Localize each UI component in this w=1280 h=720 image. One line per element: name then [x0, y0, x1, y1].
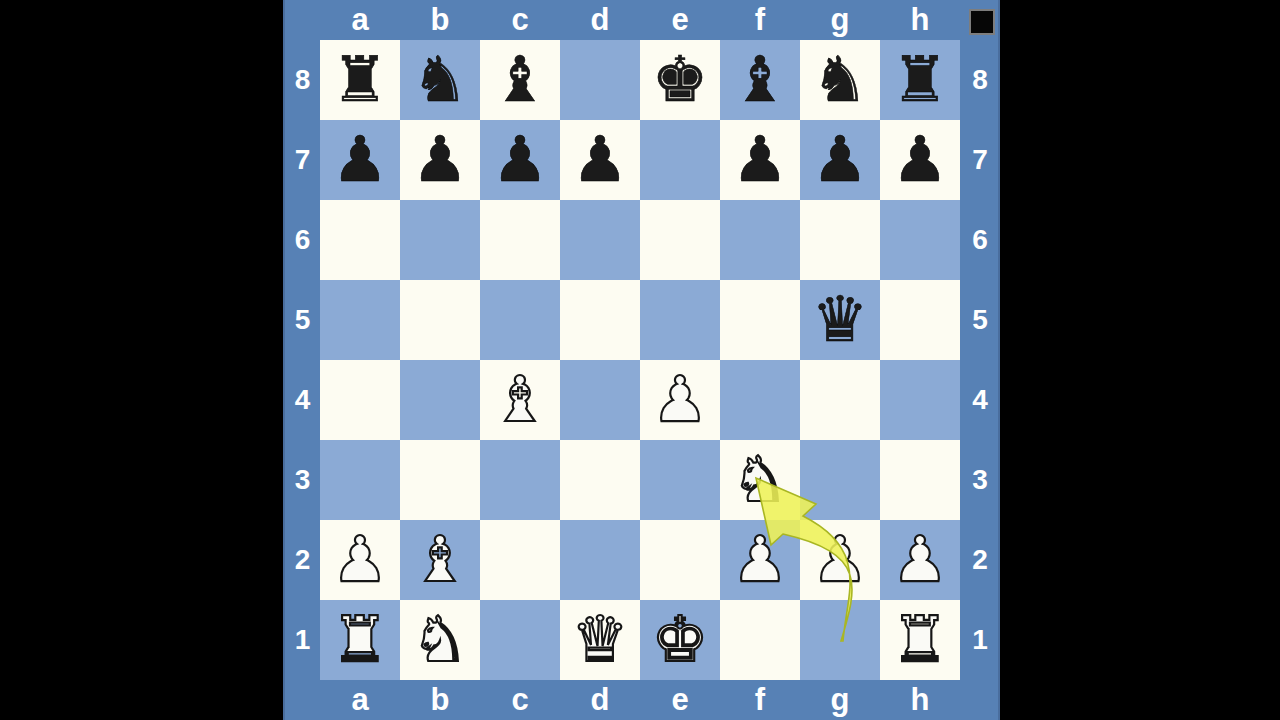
square-f2: ♟: [720, 520, 800, 600]
white-pawn-a2: ♟: [332, 520, 388, 600]
black-rook-a8: ♜: [332, 40, 388, 120]
black-rook-h8: ♜: [892, 40, 948, 120]
square-b6: [400, 200, 480, 280]
square-h5: [880, 280, 960, 360]
rank-label-1-left: 1: [285, 600, 320, 680]
white-queen-d1: ♛: [572, 600, 628, 680]
rank-label-2-right: 2: [960, 520, 1000, 600]
file-label-d-top: d: [560, 0, 640, 40]
rank-labels-left: 87654321: [285, 40, 320, 680]
square-c5: [480, 280, 560, 360]
rank-label-4-left: 4: [285, 360, 320, 440]
square-h2: ♟: [880, 520, 960, 600]
square-g1: [800, 600, 880, 680]
rank-label-1-right: 1: [960, 600, 1000, 680]
file-labels-bottom: abcdefgh: [320, 680, 960, 720]
square-b2: ♝: [400, 520, 480, 600]
square-d4: [560, 360, 640, 440]
square-h1: ♜: [880, 600, 960, 680]
file-label-f-bottom: f: [720, 680, 800, 720]
square-g8: ♞: [800, 40, 880, 120]
file-label-g-bottom: g: [800, 680, 880, 720]
white-rook-h1: ♜: [892, 600, 948, 680]
square-e1: ♚: [640, 600, 720, 680]
white-pawn-f2: ♟: [732, 520, 788, 600]
square-f6: [720, 200, 800, 280]
black-bishop-c8: ♝: [492, 40, 548, 120]
square-f7: ♟: [720, 120, 800, 200]
square-c7: ♟: [480, 120, 560, 200]
square-c1: [480, 600, 560, 680]
rank-label-6-right: 6: [960, 200, 1000, 280]
file-label-e-bottom: e: [640, 680, 720, 720]
video-frame: { "game": "chess", "position": { "fen": …: [0, 0, 1280, 720]
square-b8: ♞: [400, 40, 480, 120]
chess-board-frame: abcdefgh abcdefgh 87654321 87654321 ♜♞♝♚…: [283, 0, 1000, 720]
white-pawn-e4: ♟: [652, 360, 708, 440]
square-f4: [720, 360, 800, 440]
square-f5: [720, 280, 800, 360]
square-b3: [400, 440, 480, 520]
black-king-e8: ♚: [652, 40, 708, 120]
black-pawn-h7: ♟: [892, 120, 948, 200]
square-g2: ♟: [800, 520, 880, 600]
file-label-e-top: e: [640, 0, 720, 40]
white-king-e1: ♚: [652, 600, 708, 680]
black-pawn-b7: ♟: [412, 120, 468, 200]
rank-label-8-right: 8: [960, 40, 1000, 120]
white-bishop-b2: ♝: [412, 520, 468, 600]
square-a8: ♜: [320, 40, 400, 120]
square-b1: ♞: [400, 600, 480, 680]
square-d6: [560, 200, 640, 280]
square-e2: [640, 520, 720, 600]
square-f8: ♝: [720, 40, 800, 120]
square-e8: ♚: [640, 40, 720, 120]
square-d2: [560, 520, 640, 600]
square-a1: ♜: [320, 600, 400, 680]
square-g7: ♟: [800, 120, 880, 200]
black-knight-g8: ♞: [812, 40, 868, 120]
rank-label-5-left: 5: [285, 280, 320, 360]
square-e7: [640, 120, 720, 200]
black-knight-b8: ♞: [412, 40, 468, 120]
square-a3: [320, 440, 400, 520]
rank-label-8-left: 8: [285, 40, 320, 120]
black-bishop-f8: ♝: [732, 40, 788, 120]
black-pawn-g7: ♟: [812, 120, 868, 200]
rank-label-2-left: 2: [285, 520, 320, 600]
square-b7: ♟: [400, 120, 480, 200]
square-f1: [720, 600, 800, 680]
square-d8: [560, 40, 640, 120]
chess-board: ♜♞♝♚♝♞♜♟♟♟♟♟♟♟♛♝♟♞♟♝♟♟♟♜♞♛♚♜: [320, 40, 960, 680]
square-h7: ♟: [880, 120, 960, 200]
square-g5: ♛: [800, 280, 880, 360]
black-pawn-c7: ♟: [492, 120, 548, 200]
file-labels-top: abcdefgh: [320, 0, 960, 40]
square-c4: ♝: [480, 360, 560, 440]
file-label-c-bottom: c: [480, 680, 560, 720]
square-b4: [400, 360, 480, 440]
square-h6: [880, 200, 960, 280]
white-pawn-g2: ♟: [812, 520, 868, 600]
square-a5: [320, 280, 400, 360]
square-a4: [320, 360, 400, 440]
black-pawn-d7: ♟: [572, 120, 628, 200]
square-h4: [880, 360, 960, 440]
file-label-h-top: h: [880, 0, 960, 40]
file-label-b-top: b: [400, 0, 480, 40]
white-pawn-h2: ♟: [892, 520, 948, 600]
square-g4: [800, 360, 880, 440]
square-e5: [640, 280, 720, 360]
file-label-a-top: a: [320, 0, 400, 40]
square-d1: ♛: [560, 600, 640, 680]
rank-label-3-left: 3: [285, 440, 320, 520]
file-label-h-bottom: h: [880, 680, 960, 720]
rank-labels-right: 87654321: [960, 40, 1000, 680]
square-b5: [400, 280, 480, 360]
rank-label-7-left: 7: [285, 120, 320, 200]
square-a7: ♟: [320, 120, 400, 200]
rank-label-6-left: 6: [285, 200, 320, 280]
square-c2: [480, 520, 560, 600]
white-bishop-c4: ♝: [492, 360, 548, 440]
white-rook-a1: ♜: [332, 600, 388, 680]
rank-label-7-right: 7: [960, 120, 1000, 200]
rank-label-5-right: 5: [960, 280, 1000, 360]
square-f3: ♞: [720, 440, 800, 520]
square-c6: [480, 200, 560, 280]
rank-label-4-right: 4: [960, 360, 1000, 440]
square-e4: ♟: [640, 360, 720, 440]
black-queen-g5: ♛: [812, 280, 868, 360]
square-d5: [560, 280, 640, 360]
file-label-g-top: g: [800, 0, 880, 40]
file-label-b-bottom: b: [400, 680, 480, 720]
square-g6: [800, 200, 880, 280]
white-knight-b1: ♞: [412, 600, 468, 680]
black-pawn-a7: ♟: [332, 120, 388, 200]
file-label-a-bottom: a: [320, 680, 400, 720]
square-g3: [800, 440, 880, 520]
white-knight-f3: ♞: [732, 440, 788, 520]
black-to-move-indicator: [969, 9, 995, 35]
square-h8: ♜: [880, 40, 960, 120]
square-e6: [640, 200, 720, 280]
square-h3: [880, 440, 960, 520]
square-d3: [560, 440, 640, 520]
square-a2: ♟: [320, 520, 400, 600]
square-c8: ♝: [480, 40, 560, 120]
black-pawn-f7: ♟: [732, 120, 788, 200]
square-a6: [320, 200, 400, 280]
file-label-f-top: f: [720, 0, 800, 40]
file-label-c-top: c: [480, 0, 560, 40]
square-d7: ♟: [560, 120, 640, 200]
square-c3: [480, 440, 560, 520]
file-label-d-bottom: d: [560, 680, 640, 720]
rank-label-3-right: 3: [960, 440, 1000, 520]
square-e3: [640, 440, 720, 520]
